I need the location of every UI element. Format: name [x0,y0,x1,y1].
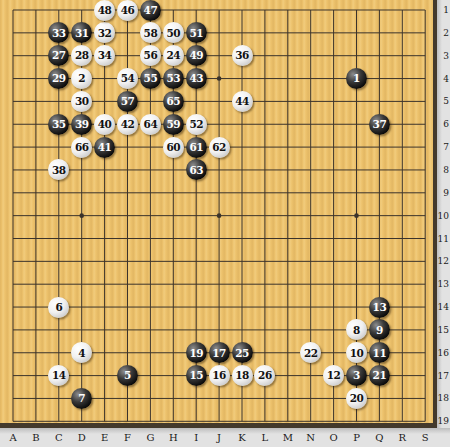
stone-white-62: 62 [209,137,230,158]
stone-black-61: 61 [186,137,207,158]
col-label-A: A [9,432,16,443]
stone-black-55: 55 [140,68,161,89]
star-point [217,76,222,81]
stone-black-17: 17 [209,342,230,363]
row-label-16: 16 [438,348,449,358]
go-board: 1234567891011121314151617181920212224252… [0,0,437,428]
row-coordinate-strip: 12345678910111213141516171819 [437,0,450,428]
col-label-B: B [32,432,39,443]
col-label-I: I [194,432,198,443]
stone-black-5: 5 [117,365,138,386]
stone-black-37: 37 [369,114,390,135]
col-label-S: S [422,432,429,443]
stone-white-56: 56 [140,45,161,66]
stone-black-3: 3 [346,365,367,386]
row-label-9: 9 [443,188,449,198]
stone-white-24: 24 [163,45,184,66]
stone-black-63: 63 [186,159,207,180]
stone-white-44: 44 [232,91,253,112]
stone-white-20: 20 [346,388,367,409]
row-label-1: 1 [443,5,449,15]
stone-black-35: 35 [48,114,69,135]
row-label-19: 19 [438,416,449,426]
stone-black-65: 65 [163,91,184,112]
row-label-2: 2 [443,28,449,38]
stone-black-25: 25 [232,342,253,363]
col-label-H: H [169,432,178,443]
col-label-R: R [399,432,407,443]
col-label-M: M [283,432,293,443]
stone-black-21: 21 [369,365,390,386]
stone-black-47: 47 [140,0,161,21]
go-diagram: 1234567891011121314151617181920212224252… [0,0,450,447]
col-label-C: C [55,432,63,443]
stone-white-60: 60 [163,137,184,158]
stone-white-66: 66 [71,137,92,158]
stone-white-64: 64 [140,114,161,135]
col-label-E: E [101,432,108,443]
row-label-15: 15 [438,325,449,335]
stone-black-51: 51 [186,22,207,43]
stone-black-15: 15 [186,365,207,386]
stone-white-46: 46 [117,0,138,21]
stone-white-36: 36 [232,45,253,66]
row-label-8: 8 [443,165,449,175]
stone-black-59: 59 [163,114,184,135]
row-label-14: 14 [438,302,449,312]
row-label-6: 6 [443,119,449,129]
star-point [79,213,84,218]
col-label-N: N [306,432,315,443]
stone-black-11: 11 [369,342,390,363]
stone-black-13: 13 [369,297,390,318]
row-label-4: 4 [443,74,449,84]
row-label-3: 3 [443,51,449,61]
stone-white-18: 18 [232,365,253,386]
stone-black-53: 53 [163,68,184,89]
column-coordinate-strip: ABCDEFGHIJKLMNOPQRS [0,428,450,447]
col-label-K: K [238,432,245,443]
stone-white-52: 52 [186,114,207,135]
star-point [217,213,222,218]
row-label-13: 13 [438,279,449,289]
row-label-7: 7 [443,142,449,152]
stone-black-7: 7 [71,388,92,409]
col-label-G: G [146,432,154,443]
stone-black-43: 43 [186,68,207,89]
row-label-11: 11 [438,234,449,244]
row-label-10: 10 [438,211,449,221]
stone-white-42: 42 [117,114,138,135]
stone-white-6: 6 [48,297,69,318]
stone-black-49: 49 [186,45,207,66]
stone-black-41: 41 [94,137,115,158]
col-label-D: D [78,432,86,443]
stone-white-16: 16 [209,365,230,386]
col-label-L: L [262,432,269,443]
stone-white-50: 50 [163,22,184,43]
col-label-F: F [124,432,131,443]
stone-black-1: 1 [346,68,367,89]
stone-black-39: 39 [71,114,92,135]
row-label-17: 17 [438,371,449,381]
stone-white-30: 30 [71,91,92,112]
stone-white-40: 40 [94,114,115,135]
col-label-O: O [329,432,337,443]
star-point [354,213,359,218]
stone-black-57: 57 [117,91,138,112]
col-label-Q: Q [375,432,383,443]
stone-white-48: 48 [94,0,115,21]
row-label-18: 18 [438,393,449,403]
stone-black-19: 19 [186,342,207,363]
col-label-P: P [353,432,360,443]
stone-white-54: 54 [117,68,138,89]
row-label-5: 5 [443,96,449,106]
row-label-12: 12 [438,256,449,266]
col-label-J: J [217,432,221,443]
